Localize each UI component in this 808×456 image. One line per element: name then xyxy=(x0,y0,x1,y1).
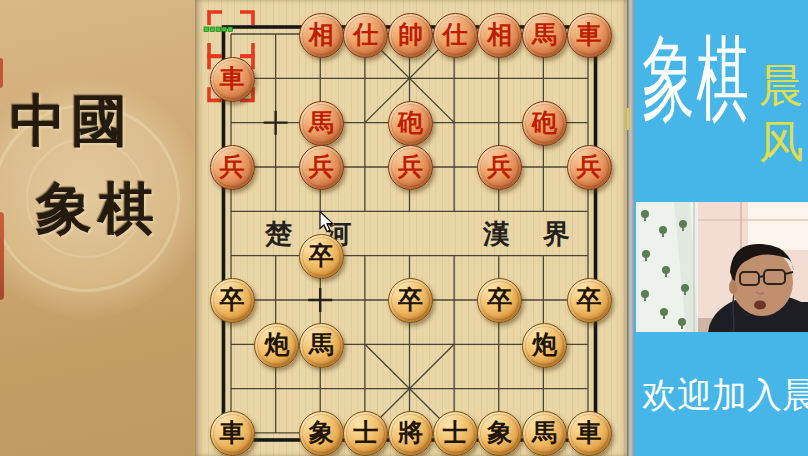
piece-glyph: 兵 xyxy=(487,150,512,183)
piece-black-chariot[interactable]: 車 xyxy=(567,411,612,456)
edge-ornament xyxy=(0,212,4,300)
piece-black-chariot[interactable]: 車 xyxy=(210,411,255,456)
piece-black-elephant[interactable]: 象 xyxy=(477,411,522,456)
piece-glyph: 砲 xyxy=(398,106,423,139)
piece-red-cannon[interactable]: 砲 xyxy=(388,101,433,146)
piece-glyph: 士 xyxy=(443,416,468,449)
piece-glyph: 卒 xyxy=(398,283,423,316)
piece-glyph: 炮 xyxy=(532,328,557,361)
piece-black-soldier[interactable]: 卒 xyxy=(477,278,522,323)
welcome-text: 欢迎加入晨风社 xyxy=(642,372,808,419)
piece-glyph: 卒 xyxy=(487,283,512,316)
piece-black-soldier[interactable]: 卒 xyxy=(567,278,612,323)
piece-black-soldier[interactable]: 卒 xyxy=(388,278,433,323)
scrollbar[interactable] xyxy=(627,0,634,456)
piece-black-advisor[interactable]: 士 xyxy=(433,411,478,456)
piece-red-advisor[interactable]: 仕 xyxy=(433,13,478,58)
piece-glyph: 車 xyxy=(220,416,245,449)
stream-title: 象棋 xyxy=(642,30,751,129)
piece-black-general[interactable]: 將 xyxy=(388,411,433,456)
piece-red-general[interactable]: 帥 xyxy=(388,13,433,58)
piece-black-soldier[interactable]: 卒 xyxy=(299,234,344,279)
piece-red-soldier[interactable]: 兵 xyxy=(477,145,522,190)
piece-glyph: 象 xyxy=(487,416,512,449)
piece-red-cannon[interactable]: 砲 xyxy=(522,101,567,146)
piece-glyph: 將 xyxy=(398,416,423,449)
piece-black-elephant[interactable]: 象 xyxy=(299,411,344,456)
piece-glyph: 馬 xyxy=(309,328,334,361)
piece-glyph: 象 xyxy=(309,416,334,449)
game-logo-line2: 象棋 xyxy=(36,172,160,248)
piece-black-advisor[interactable]: 士 xyxy=(343,411,388,456)
piece-glyph: 車 xyxy=(577,416,602,449)
piece-black-cannon[interactable]: 炮 xyxy=(522,323,567,368)
piece-glyph: 卒 xyxy=(309,239,334,272)
piece-glyph: 車 xyxy=(577,18,602,51)
piece-glyph: 馬 xyxy=(309,106,334,139)
piece-black-cannon[interactable]: 炮 xyxy=(254,323,299,368)
mouse-cursor xyxy=(319,211,337,235)
piece-glyph: 馬 xyxy=(532,18,557,51)
game-logo-line1: 中國 xyxy=(10,84,132,160)
piece-red-soldier[interactable]: 兵 xyxy=(299,145,344,190)
piece-red-chariot-selected[interactable]: 車 xyxy=(210,57,255,102)
piece-red-elephant[interactable]: 相 xyxy=(477,13,522,58)
piece-glyph: 車 xyxy=(220,62,245,95)
piece-black-horse[interactable]: 馬 xyxy=(522,411,567,456)
stream-sidebar: 象棋 晨风 xyxy=(634,0,808,456)
piece-red-soldier[interactable]: 兵 xyxy=(567,145,612,190)
piece-glyph: 帥 xyxy=(398,18,423,51)
scrollbar-mark xyxy=(627,108,629,130)
piece-red-soldier[interactable]: 兵 xyxy=(210,145,255,190)
piece-glyph: 卒 xyxy=(577,283,602,316)
piece-glyph: 兵 xyxy=(577,150,602,183)
piece-glyph: 兵 xyxy=(309,150,334,183)
xiangqi-board[interactable]: 楚 河 漢 界 相仕帥仕相馬車車馬砲砲兵兵兵兵兵卒卒卒卒卒炮馬炮車象士將士象馬車 xyxy=(195,0,627,456)
piece-glyph: 砲 xyxy=(532,106,557,139)
piece-black-horse[interactable]: 馬 xyxy=(299,323,344,368)
left-banner: 中國 象棋 xyxy=(0,0,195,456)
piece-glyph: 馬 xyxy=(532,416,557,449)
app-window: 中國 象棋 楚 河 漢 界 相仕帥仕相馬車車馬砲砲兵兵兵兵兵卒卒卒卒卒炮馬炮車象… xyxy=(0,0,808,456)
piece-glyph: 卒 xyxy=(220,283,245,316)
webcam-video xyxy=(636,202,808,332)
piece-red-advisor[interactable]: 仕 xyxy=(343,13,388,58)
piece-red-horse[interactable]: 馬 xyxy=(522,13,567,58)
edge-ornament xyxy=(0,58,3,88)
stream-subtitle: 晨风 xyxy=(758,58,804,170)
piece-red-soldier[interactable]: 兵 xyxy=(388,145,433,190)
piece-glyph: 兵 xyxy=(220,150,245,183)
piece-glyph: 相 xyxy=(309,18,334,51)
piece-red-elephant[interactable]: 相 xyxy=(299,13,344,58)
piece-glyph: 兵 xyxy=(398,150,423,183)
piece-glyph: 炮 xyxy=(264,328,289,361)
piece-glyph: 相 xyxy=(487,18,512,51)
piece-red-horse[interactable]: 馬 xyxy=(299,101,344,146)
piece-glyph: 士 xyxy=(353,416,378,449)
piece-glyph: 仕 xyxy=(443,18,468,51)
piece-glyph: 仕 xyxy=(353,18,378,51)
piece-red-chariot[interactable]: 車 xyxy=(567,13,612,58)
piece-black-soldier[interactable]: 卒 xyxy=(210,278,255,323)
